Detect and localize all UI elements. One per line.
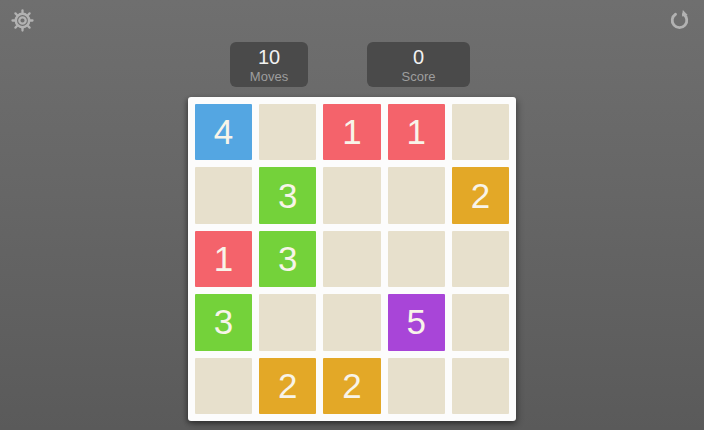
settings-button[interactable] (9, 7, 35, 33)
gear-icon (10, 8, 35, 33)
tile-r5c3[interactable]: 2 (323, 358, 380, 414)
tile-r3c1[interactable]: 1 (195, 231, 252, 287)
empty-cell-r5c4 (388, 358, 445, 414)
tile-r4c4[interactable]: 5 (388, 294, 445, 350)
game-board[interactable]: 41132133522 (188, 97, 516, 421)
empty-cell-r2c3 (323, 167, 380, 223)
moves-box: 10 Moves (230, 42, 308, 87)
empty-cell-r5c1 (195, 358, 252, 414)
empty-cell-r3c3 (323, 231, 380, 287)
score-value: 0 (413, 46, 424, 69)
empty-cell-r1c5 (452, 104, 509, 160)
empty-cell-r4c5 (452, 294, 509, 350)
tile-r4c1[interactable]: 3 (195, 294, 252, 350)
tile-r1c4[interactable]: 1 (388, 104, 445, 160)
restart-icon (667, 7, 692, 32)
empty-cell-r2c4 (388, 167, 445, 223)
moves-value: 10 (258, 46, 280, 69)
tile-r5c2[interactable]: 2 (259, 358, 316, 414)
empty-cell-r3c4 (388, 231, 445, 287)
empty-cell-r4c2 (259, 294, 316, 350)
empty-cell-r3c5 (452, 231, 509, 287)
tile-r3c2[interactable]: 3 (259, 231, 316, 287)
score-label: Score (402, 69, 436, 84)
tile-r1c1[interactable]: 4 (195, 104, 252, 160)
score-box: 0 Score (367, 42, 470, 87)
tile-r2c2[interactable]: 3 (259, 167, 316, 223)
empty-cell-r5c5 (452, 358, 509, 414)
tile-r1c3[interactable]: 1 (323, 104, 380, 160)
moves-label: Moves (250, 69, 288, 84)
restart-button[interactable] (666, 6, 692, 32)
tile-r2c5[interactable]: 2 (452, 167, 509, 223)
empty-cell-r4c3 (323, 294, 380, 350)
empty-cell-r1c2 (259, 104, 316, 160)
empty-cell-r2c1 (195, 167, 252, 223)
